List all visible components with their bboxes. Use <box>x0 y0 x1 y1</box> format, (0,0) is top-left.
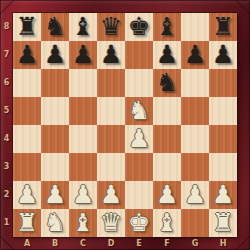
rank-label-6: 6 <box>0 69 13 97</box>
file-label-b: B <box>41 237 69 250</box>
square-a5[interactable] <box>13 97 41 125</box>
square-c5[interactable] <box>69 97 97 125</box>
rank-label-5: 5 <box>0 97 13 125</box>
square-e8[interactable]: ♚ <box>125 13 153 41</box>
square-f4[interactable] <box>153 125 181 153</box>
piece-black-pawn[interactable]: ♟ <box>97 41 125 69</box>
square-c6[interactable] <box>69 69 97 97</box>
file-label-d: D <box>97 237 125 250</box>
square-h7[interactable]: ♟ <box>209 41 237 69</box>
square-h5[interactable] <box>209 97 237 125</box>
piece-black-king[interactable]: ♚ <box>125 13 153 41</box>
square-b1[interactable]: ♞ <box>41 209 69 237</box>
piece-white-bishop[interactable]: ♝ <box>69 209 97 237</box>
frame-corner-seam <box>236 236 250 250</box>
piece-black-pawn[interactable]: ♟ <box>209 41 237 69</box>
square-h2[interactable]: ♟ <box>209 181 237 209</box>
square-b3[interactable] <box>41 153 69 181</box>
square-f8[interactable]: ♝ <box>153 13 181 41</box>
square-f5[interactable] <box>153 97 181 125</box>
file-label-g: G <box>181 237 209 250</box>
rank-label-3: 3 <box>0 153 13 181</box>
square-g8[interactable] <box>181 13 209 41</box>
square-e2[interactable] <box>125 181 153 209</box>
square-d8[interactable]: ♛ <box>97 13 125 41</box>
square-a2[interactable]: ♟ <box>13 181 41 209</box>
piece-black-pawn[interactable]: ♟ <box>69 41 97 69</box>
square-g5[interactable] <box>181 97 209 125</box>
rank-label-7: 7 <box>0 41 13 69</box>
square-d4[interactable] <box>97 125 125 153</box>
square-c1[interactable]: ♝ <box>69 209 97 237</box>
square-d1[interactable]: ♛ <box>97 209 125 237</box>
piece-black-pawn[interactable]: ♟ <box>41 41 69 69</box>
chess-board: ♜♞♝♛♚♝♜♟♟♟♟♟♟♟♞♞♟♟♟♟♟♟♟♟♜♞♝♛♚♝♜ <box>13 13 237 237</box>
square-d3[interactable] <box>97 153 125 181</box>
square-d6[interactable] <box>97 69 125 97</box>
square-b6[interactable] <box>41 69 69 97</box>
piece-white-rook[interactable]: ♜ <box>13 209 41 237</box>
square-h4[interactable] <box>209 125 237 153</box>
square-h6[interactable] <box>209 69 237 97</box>
piece-white-pawn[interactable]: ♟ <box>181 181 209 209</box>
piece-white-pawn[interactable]: ♟ <box>125 125 153 153</box>
piece-black-knight[interactable]: ♞ <box>41 13 69 41</box>
frame-corner-seam <box>0 0 14 14</box>
piece-black-bishop[interactable]: ♝ <box>153 13 181 41</box>
square-g4[interactable] <box>181 125 209 153</box>
piece-black-rook[interactable]: ♜ <box>13 13 41 41</box>
rank-label-2: 2 <box>0 181 13 209</box>
piece-black-queen[interactable]: ♛ <box>97 13 125 41</box>
square-g2[interactable]: ♟ <box>181 181 209 209</box>
file-label-a: A <box>13 237 41 250</box>
square-h8[interactable]: ♜ <box>209 13 237 41</box>
frame-corner-seam <box>0 236 14 250</box>
rank-label-8: 8 <box>0 13 13 41</box>
square-h3[interactable] <box>209 153 237 181</box>
rank-label-4: 4 <box>0 125 13 153</box>
piece-white-pawn[interactable]: ♟ <box>13 181 41 209</box>
square-g6[interactable] <box>181 69 209 97</box>
piece-black-pawn[interactable]: ♟ <box>181 41 209 69</box>
frame-corner-seam <box>236 0 250 14</box>
rank-label-1: 1 <box>0 209 13 237</box>
piece-white-pawn[interactable]: ♟ <box>69 181 97 209</box>
square-e7[interactable] <box>125 41 153 69</box>
square-f2[interactable]: ♟ <box>153 181 181 209</box>
square-c2[interactable]: ♟ <box>69 181 97 209</box>
square-g7[interactable]: ♟ <box>181 41 209 69</box>
square-b2[interactable]: ♟ <box>41 181 69 209</box>
piece-white-pawn[interactable]: ♟ <box>153 181 181 209</box>
piece-white-queen[interactable]: ♛ <box>97 209 125 237</box>
square-a6[interactable] <box>13 69 41 97</box>
square-c3[interactable] <box>69 153 97 181</box>
file-label-h: H <box>209 237 237 250</box>
square-h1[interactable]: ♜ <box>209 209 237 237</box>
square-e6[interactable] <box>125 69 153 97</box>
square-f1[interactable]: ♝ <box>153 209 181 237</box>
piece-white-knight[interactable]: ♞ <box>41 209 69 237</box>
piece-white-rook[interactable]: ♜ <box>209 209 237 237</box>
square-d7[interactable]: ♟ <box>97 41 125 69</box>
piece-white-pawn[interactable]: ♟ <box>41 181 69 209</box>
piece-black-bishop[interactable]: ♝ <box>69 13 97 41</box>
piece-white-king[interactable]: ♚ <box>125 209 153 237</box>
piece-white-pawn[interactable]: ♟ <box>209 181 237 209</box>
square-b5[interactable] <box>41 97 69 125</box>
square-f3[interactable] <box>153 153 181 181</box>
square-e4[interactable]: ♟ <box>125 125 153 153</box>
piece-black-knight[interactable]: ♞ <box>153 69 181 97</box>
square-d5[interactable] <box>97 97 125 125</box>
square-b7[interactable]: ♟ <box>41 41 69 69</box>
square-e3[interactable] <box>125 153 153 181</box>
square-g3[interactable] <box>181 153 209 181</box>
square-a4[interactable] <box>13 125 41 153</box>
square-e1[interactable]: ♚ <box>125 209 153 237</box>
square-f6[interactable]: ♞ <box>153 69 181 97</box>
square-b4[interactable] <box>41 125 69 153</box>
chess-board-frame: ♜♞♝♛♚♝♜♟♟♟♟♟♟♟♞♞♟♟♟♟♟♟♟♟♜♞♝♛♚♝♜ 87654321… <box>0 0 250 250</box>
square-d2[interactable]: ♟ <box>97 181 125 209</box>
square-c8[interactable]: ♝ <box>69 13 97 41</box>
piece-white-bishop[interactable]: ♝ <box>153 209 181 237</box>
square-g1[interactable] <box>181 209 209 237</box>
file-label-c: C <box>69 237 97 250</box>
square-a1[interactable]: ♜ <box>13 209 41 237</box>
piece-black-rook[interactable]: ♜ <box>209 13 237 41</box>
square-a8[interactable]: ♜ <box>13 13 41 41</box>
piece-white-pawn[interactable]: ♟ <box>97 181 125 209</box>
piece-black-pawn[interactable]: ♟ <box>13 41 41 69</box>
piece-white-knight[interactable]: ♞ <box>125 97 153 125</box>
piece-black-pawn[interactable]: ♟ <box>153 41 181 69</box>
file-label-e: E <box>125 237 153 250</box>
square-f7[interactable]: ♟ <box>153 41 181 69</box>
square-e5[interactable]: ♞ <box>125 97 153 125</box>
square-c7[interactable]: ♟ <box>69 41 97 69</box>
square-a3[interactable] <box>13 153 41 181</box>
square-a7[interactable]: ♟ <box>13 41 41 69</box>
square-b8[interactable]: ♞ <box>41 13 69 41</box>
square-c4[interactable] <box>69 125 97 153</box>
file-label-f: F <box>153 237 181 250</box>
